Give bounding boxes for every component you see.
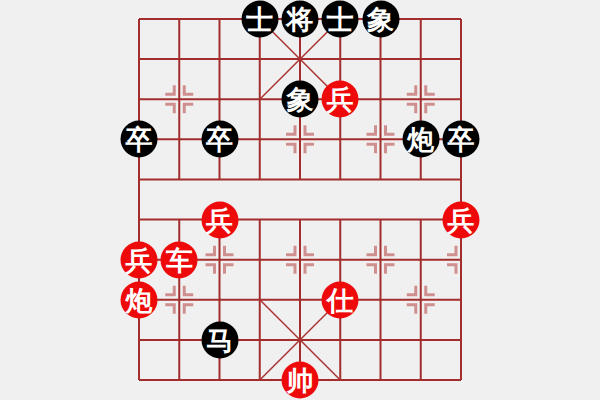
piece-black-advisor[interactable]: 士	[322, 1, 359, 38]
piece-red-cannon[interactable]: 炮	[121, 281, 158, 318]
piece-black-elephant[interactable]: 象	[362, 1, 399, 38]
piece-black-cannon[interactable]: 炮	[402, 121, 439, 158]
piece-black-advisor[interactable]: 士	[241, 1, 278, 38]
piece-black-horse[interactable]: 马	[201, 321, 238, 358]
piece-red-advisor[interactable]: 仕	[322, 281, 359, 318]
piece-red-soldier[interactable]: 兵	[201, 201, 238, 238]
piece-black-soldier[interactable]: 卒	[121, 121, 158, 158]
piece-red-king[interactable]: 帅	[282, 362, 319, 399]
piece-red-soldier[interactable]: 兵	[121, 241, 158, 278]
piece-red-chariot[interactable]: 车	[161, 241, 198, 278]
piece-red-soldier[interactable]: 兵	[322, 81, 359, 118]
piece-black-soldier[interactable]: 卒	[443, 121, 480, 158]
piece-black-king[interactable]: 将	[282, 1, 319, 38]
piece-red-soldier[interactable]: 兵	[443, 201, 480, 238]
pieces-layer: 士将士象象兵卒卒炮卒兵兵兵车炮仕马帅	[0, 0, 600, 400]
piece-black-soldier[interactable]: 卒	[201, 121, 238, 158]
xiangqi-screen: 士将士象象兵卒卒炮卒兵兵兵车炮仕马帅	[0, 0, 600, 400]
xiangqi-board: 士将士象象兵卒卒炮卒兵兵兵车炮仕马帅	[0, 0, 600, 400]
piece-black-elephant[interactable]: 象	[282, 81, 319, 118]
